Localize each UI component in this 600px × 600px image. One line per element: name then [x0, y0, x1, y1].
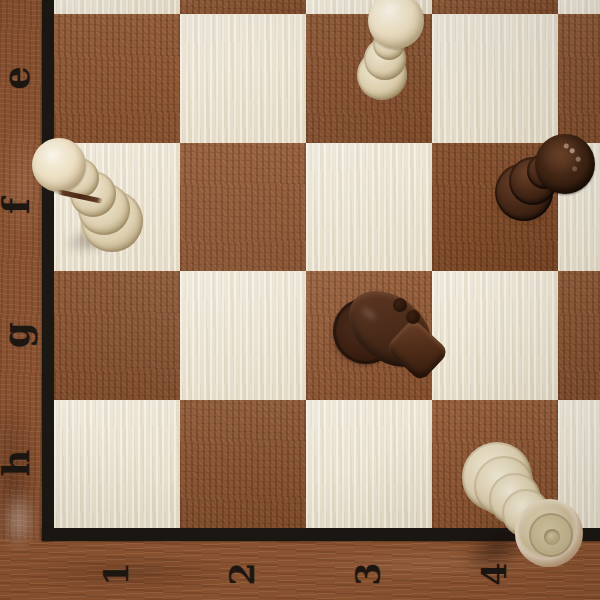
rook-top-center [544, 529, 560, 545]
chessboard-photo: efgh1234 [0, 0, 600, 600]
piece-black-pawn-f4[interactable] [482, 128, 600, 234]
piece-white-bishop-f1[interactable] [25, 138, 157, 252]
pieces-layer [0, 0, 600, 600]
piece-head [535, 134, 595, 194]
piece-white-rook-h4[interactable] [455, 436, 597, 570]
knight-ear [393, 298, 407, 312]
piece-black-knight-g3[interactable] [328, 284, 452, 382]
knight-ear [406, 310, 420, 324]
piece-white-pawn-e3[interactable] [352, 0, 434, 98]
